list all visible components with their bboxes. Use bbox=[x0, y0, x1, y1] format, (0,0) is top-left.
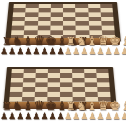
chess-piece: ♟ bbox=[48, 112, 56, 121]
chess-piece: ♟ bbox=[57, 47, 65, 56]
chess-piece: ♟ bbox=[8, 47, 16, 56]
chess-piece: ♟ bbox=[48, 47, 56, 56]
chess-set-photo-1: ♜♞♝♛♚♝♞♜♟♟♟♟♟♟♟♟♜♞♝♛♚♝♞♜♟♟♟♟♟♟♟♟ bbox=[0, 1, 126, 63]
board-perspective-wrap bbox=[5, 2, 121, 42]
dark-pieces-pawn-row: ♟♟♟♟♟♟♟♟ bbox=[0, 112, 60, 121]
chess-piece: ♟ bbox=[0, 112, 8, 121]
chess-piece: ♟ bbox=[8, 112, 16, 121]
chess-piece: ♟ bbox=[40, 47, 48, 56]
dark-pieces-pawn-row: ♟♟♟♟♟♟♟♟ bbox=[0, 47, 60, 56]
chess-piece: ♟ bbox=[80, 47, 88, 56]
chess-piece: ♟ bbox=[104, 47, 112, 56]
chess-board bbox=[5, 2, 121, 42]
chess-piece: ♟ bbox=[40, 112, 48, 121]
chess-piece: ♟ bbox=[64, 47, 72, 56]
light-pieces-pawn-row: ♟♟♟♟♟♟♟♟ bbox=[64, 112, 125, 121]
chess-piece: ♟ bbox=[80, 112, 88, 121]
chess-piece: ♟ bbox=[121, 112, 126, 121]
chess-piece: ♟ bbox=[0, 47, 8, 56]
chess-piece: ♟ bbox=[32, 112, 40, 121]
chess-piece: ♟ bbox=[24, 47, 32, 56]
chess-piece: ♟ bbox=[112, 47, 120, 56]
chess-piece: ♟ bbox=[24, 112, 32, 121]
chess-piece: ♟ bbox=[72, 112, 80, 121]
chess-piece: ♟ bbox=[88, 112, 96, 121]
chess-piece: ♟ bbox=[72, 47, 80, 56]
chess-piece: ♟ bbox=[104, 112, 112, 121]
chess-piece: ♟ bbox=[32, 47, 40, 56]
chess-piece: ♟ bbox=[96, 47, 104, 56]
chess-piece: ♟ bbox=[57, 112, 65, 121]
chess-piece: ♝ bbox=[121, 100, 126, 112]
board-front-edge bbox=[6, 38, 120, 45]
chess-piece: ♟ bbox=[121, 47, 126, 56]
chess-piece: ♟ bbox=[16, 47, 24, 56]
chess-piece: ♟ bbox=[16, 112, 24, 121]
board-front-edge bbox=[5, 102, 118, 109]
chess-piece: ♟ bbox=[96, 112, 104, 121]
chess-piece: ♟ bbox=[88, 47, 96, 56]
chess-set-photo-2: ♜♞♝♛♚♝♞♜♟♟♟♟♟♟♟♟♜♞♝♛♚♝♞♜♟♟♟♟♟♟♟♟ bbox=[0, 66, 126, 128]
chess-piece: ♝ bbox=[121, 35, 126, 47]
chess-piece: ♟ bbox=[64, 112, 72, 121]
chess-piece: ♟ bbox=[112, 112, 120, 121]
light-pieces-pawn-row: ♟♟♟♟♟♟♟♟ bbox=[64, 47, 125, 56]
